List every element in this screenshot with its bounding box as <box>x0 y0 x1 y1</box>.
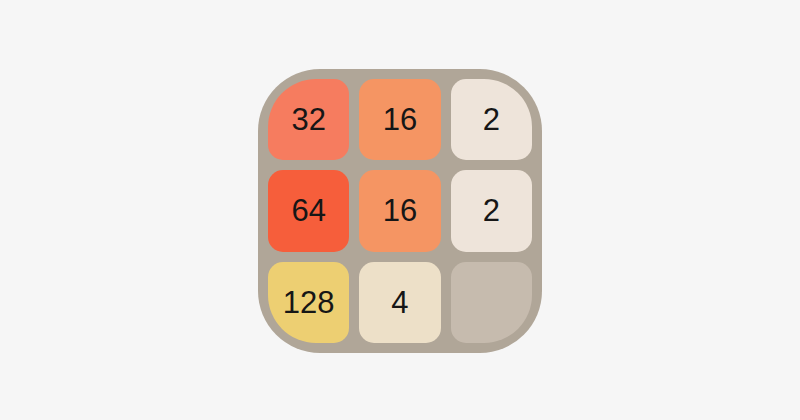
tile-r0c1-16: 16 <box>359 79 440 160</box>
tile-r1c0-64: 64 <box>268 170 349 251</box>
tile-r1c1-16: 16 <box>359 170 440 251</box>
tile-value: 2 <box>483 195 500 226</box>
tile-r0c2-2: 2 <box>451 79 532 160</box>
tile-r0c0-32: 32 <box>268 79 349 160</box>
tile-r2c0-128: 128 <box>268 262 349 343</box>
tile-value: 16 <box>383 104 417 135</box>
board-grid[interactable]: 32 16 2 64 16 2 128 4 <box>268 79 532 343</box>
tile-value: 128 <box>283 287 335 318</box>
tile-r2c1-4: 4 <box>359 262 440 343</box>
empty-cell-r2c2 <box>451 262 532 343</box>
app-icon-2048[interactable]: 32 16 2 64 16 2 128 4 <box>258 69 542 353</box>
tile-r1c2-2: 2 <box>451 170 532 251</box>
tile-value: 32 <box>291 104 325 135</box>
tile-value: 2 <box>483 104 500 135</box>
tile-value: 4 <box>391 287 408 318</box>
tile-value: 16 <box>383 195 417 226</box>
tile-value: 64 <box>291 195 325 226</box>
